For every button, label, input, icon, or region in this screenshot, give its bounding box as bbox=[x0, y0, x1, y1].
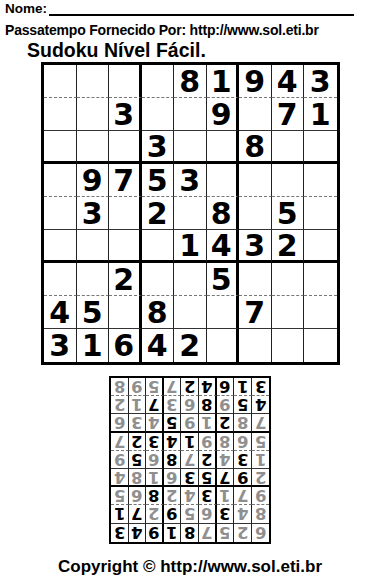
solution-digit: 7 bbox=[255, 414, 266, 432]
solution-cell-r1c9: 3 bbox=[252, 378, 270, 396]
solution-cell-r1c4: 7 bbox=[164, 378, 182, 396]
cell-r9c7 bbox=[239, 329, 272, 362]
solution-cell-r4c9: 5 bbox=[252, 433, 270, 451]
solution-digit: 9 bbox=[131, 378, 142, 396]
solution-cell-r3c2: 3 bbox=[129, 414, 147, 432]
solution-digit: 6 bbox=[237, 433, 248, 451]
solution-digit: 6 bbox=[219, 378, 230, 396]
solution-digit: 2 bbox=[131, 433, 142, 451]
solution-digit: 8 bbox=[131, 469, 142, 487]
solution-digit: 5 bbox=[114, 487, 125, 505]
solution-cell-r6c9: 2 bbox=[252, 469, 270, 487]
solution-cell-r1c8: 1 bbox=[234, 378, 252, 396]
cell-r8c9 bbox=[304, 296, 337, 329]
solution-digit: 5 bbox=[219, 524, 230, 542]
solution-cell-r7c4: 2 bbox=[164, 487, 182, 505]
solution-digit: 9 bbox=[237, 469, 248, 487]
solution-digit: 7 bbox=[237, 487, 248, 505]
cell-r7c6: 5 bbox=[207, 263, 240, 296]
solution-cell-r5c1: 9 bbox=[111, 451, 129, 469]
cell-r3c6 bbox=[207, 131, 240, 164]
solution-cell-r5c5: 7 bbox=[181, 451, 199, 469]
solution-digit: 4 bbox=[166, 433, 177, 451]
cell-r3c7: 8 bbox=[239, 131, 272, 164]
solution-digit: 4 bbox=[184, 487, 195, 505]
solution-cell-r8c7: 3 bbox=[217, 505, 235, 523]
solution-cell-r8c1: 1 bbox=[111, 505, 129, 523]
cell-r5c7 bbox=[239, 197, 272, 230]
solution-cell-r2c5: 6 bbox=[181, 396, 199, 414]
copyright: Copyright © http://www.sol.eti.br bbox=[0, 557, 380, 577]
solution-cell-r1c6: 4 bbox=[199, 378, 217, 396]
solution-cell-r2c4: 3 bbox=[164, 396, 182, 414]
solution-cell-r4c1: 7 bbox=[111, 433, 129, 451]
solution-grid: 8957246132173689546345912877234198659568… bbox=[109, 376, 271, 544]
solution-digit: 7 bbox=[201, 524, 212, 542]
solution-cell-r9c8: 2 bbox=[234, 524, 252, 542]
solution-digit: 5 bbox=[131, 451, 142, 469]
cell-r5c9 bbox=[304, 197, 337, 230]
cell-r1c6: 1 bbox=[207, 65, 240, 98]
solution-digit: 9 bbox=[184, 414, 195, 432]
cell-r9c3: 6 bbox=[109, 329, 142, 362]
cell-r3c2 bbox=[77, 131, 110, 164]
cell-r2c6: 9 bbox=[207, 98, 240, 131]
cell-r8c8 bbox=[272, 296, 305, 329]
cell-r7c7 bbox=[239, 263, 272, 296]
solution-cell-r5c4: 8 bbox=[164, 451, 182, 469]
cell-r2c7 bbox=[239, 98, 272, 131]
solution-cell-r4c7: 8 bbox=[217, 433, 235, 451]
solution-digit: 1 bbox=[255, 451, 266, 469]
solution-cell-r8c5: 5 bbox=[181, 505, 199, 523]
cell-r9c8 bbox=[272, 329, 305, 362]
solution-cell-r1c2: 9 bbox=[129, 378, 147, 396]
cell-r4c1 bbox=[44, 164, 77, 197]
cell-r6c4 bbox=[142, 230, 175, 263]
solution-cell-r1c7: 6 bbox=[217, 378, 235, 396]
cell-r9c4: 4 bbox=[142, 329, 175, 362]
solution-digit: 4 bbox=[219, 451, 230, 469]
solution-cell-r3c7: 2 bbox=[217, 414, 235, 432]
solution-cell-r3c5: 9 bbox=[181, 414, 199, 432]
cell-r9c2: 1 bbox=[77, 329, 110, 362]
cell-r4c4: 5 bbox=[142, 164, 175, 197]
cell-r8c7: 7 bbox=[239, 296, 272, 329]
cell-r4c6 bbox=[207, 164, 240, 197]
solution-digit: 3 bbox=[148, 433, 159, 451]
solution-cell-r2c7: 9 bbox=[217, 396, 235, 414]
cell-r8c3 bbox=[109, 296, 142, 329]
solution-digit: 4 bbox=[114, 469, 125, 487]
solution-digit: 9 bbox=[201, 433, 212, 451]
solution-cell-r6c8: 9 bbox=[234, 469, 252, 487]
solution-cell-r8c3: 2 bbox=[146, 505, 164, 523]
cell-r6c1 bbox=[44, 230, 77, 263]
solution-digit: 1 bbox=[184, 433, 195, 451]
solution-digit: 1 bbox=[201, 414, 212, 432]
solution-digit: 6 bbox=[131, 487, 142, 505]
solution-digit: 8 bbox=[237, 414, 248, 432]
name-row: Nome: bbox=[5, 1, 354, 16]
solution-digit: 2 bbox=[237, 524, 248, 542]
cell-r1c9: 3 bbox=[304, 65, 337, 98]
cell-r2c2 bbox=[77, 98, 110, 131]
solution-digit: 7 bbox=[114, 433, 125, 451]
solution-cell-r4c6: 9 bbox=[199, 433, 217, 451]
solution-digit: 7 bbox=[131, 505, 142, 523]
cell-r4c5: 3 bbox=[174, 164, 207, 197]
solution-cell-r5c9: 1 bbox=[252, 451, 270, 469]
cell-r4c2: 9 bbox=[77, 164, 110, 197]
solution-cell-r3c9: 7 bbox=[252, 414, 270, 432]
cell-r1c2 bbox=[77, 65, 110, 98]
solution-digit: 6 bbox=[201, 505, 212, 523]
cell-r8c2: 5 bbox=[77, 296, 110, 329]
solution-digit: 4 bbox=[237, 505, 248, 523]
solution-digit: 3 bbox=[131, 414, 142, 432]
solution-cell-r2c1: 2 bbox=[111, 396, 129, 414]
solution-cell-r3c8: 8 bbox=[234, 414, 252, 432]
solution-cell-r6c2: 8 bbox=[129, 469, 147, 487]
cell-r3c9 bbox=[304, 131, 337, 164]
cell-r5c4: 2 bbox=[142, 197, 175, 230]
solution-digit: 6 bbox=[148, 451, 159, 469]
solution-cell-r3c3: 4 bbox=[146, 414, 164, 432]
solution-cell-r9c2: 4 bbox=[129, 524, 147, 542]
solution-digit: 7 bbox=[166, 378, 177, 396]
cell-r5c8: 5 bbox=[272, 197, 305, 230]
solution-digit: 1 bbox=[219, 487, 230, 505]
page: Nome: Passatempo Fornecido Por: http://w… bbox=[0, 0, 380, 585]
cell-r9c6 bbox=[207, 329, 240, 362]
solution-cell-r6c7: 7 bbox=[217, 469, 235, 487]
cell-r4c8 bbox=[272, 164, 305, 197]
solution-cell-r4c8: 6 bbox=[234, 433, 252, 451]
cell-r3c8 bbox=[272, 131, 305, 164]
cell-r3c3 bbox=[109, 131, 142, 164]
solution-digit: 4 bbox=[131, 524, 142, 542]
solution-cell-r9c5: 8 bbox=[181, 524, 199, 542]
cell-r1c1 bbox=[44, 65, 77, 98]
solution-digit: 2 bbox=[184, 378, 195, 396]
cell-r1c4 bbox=[142, 65, 175, 98]
solution-digit: 3 bbox=[255, 378, 266, 396]
solution-digit: 9 bbox=[255, 487, 266, 505]
solution-digit: 5 bbox=[237, 396, 248, 414]
cell-r7c1 bbox=[44, 263, 77, 296]
solution-digit: 4 bbox=[148, 414, 159, 432]
cell-r5c2: 3 bbox=[77, 197, 110, 230]
cell-r6c2 bbox=[77, 230, 110, 263]
solution-digit: 1 bbox=[148, 469, 159, 487]
solution-digit: 2 bbox=[148, 505, 159, 523]
solution-digit: 8 bbox=[201, 396, 212, 414]
cell-r1c5: 8 bbox=[174, 65, 207, 98]
solution-digit: 6 bbox=[114, 414, 125, 432]
solution-digit: 8 bbox=[219, 433, 230, 451]
solution-cell-r3c4: 5 bbox=[164, 414, 182, 432]
solution-digit: 2 bbox=[255, 469, 266, 487]
solution-digit: 2 bbox=[201, 451, 212, 469]
solution-digit: 7 bbox=[184, 451, 195, 469]
solution-digit: 3 bbox=[184, 469, 195, 487]
solution-cell-r3c1: 6 bbox=[111, 414, 129, 432]
solution-cell-r6c6: 5 bbox=[199, 469, 217, 487]
solution-digit: 8 bbox=[255, 505, 266, 523]
solution-cell-r5c8: 3 bbox=[234, 451, 252, 469]
solution-digit: 9 bbox=[219, 396, 230, 414]
cell-r3c5 bbox=[174, 131, 207, 164]
cell-r2c9: 1 bbox=[304, 98, 337, 131]
solution-digit: 3 bbox=[219, 505, 230, 523]
solution-cell-r9c3: 9 bbox=[146, 524, 164, 542]
cell-r2c1 bbox=[44, 98, 77, 131]
solution-digit: 9 bbox=[166, 505, 177, 523]
cell-r8c1: 4 bbox=[44, 296, 77, 329]
solution-digit: 5 bbox=[166, 414, 177, 432]
puzzle-grid: 8194339713897533285143225458731642 bbox=[41, 62, 340, 365]
solution-cell-r7c8: 7 bbox=[234, 487, 252, 505]
cell-r7c8 bbox=[272, 263, 305, 296]
solution-cell-r8c2: 7 bbox=[129, 505, 147, 523]
cell-r8c4: 8 bbox=[142, 296, 175, 329]
solution-digit: 8 bbox=[148, 487, 159, 505]
solution-cell-r7c1: 5 bbox=[111, 487, 129, 505]
solution-digit: 9 bbox=[148, 524, 159, 542]
solution-cell-r7c9: 9 bbox=[252, 487, 270, 505]
solution-digit: 6 bbox=[166, 469, 177, 487]
cell-r9c5: 2 bbox=[174, 329, 207, 362]
solution-digit: 1 bbox=[166, 524, 177, 542]
solution-cell-r9c4: 1 bbox=[164, 524, 182, 542]
cell-r7c9 bbox=[304, 263, 337, 296]
solution-cell-r7c2: 6 bbox=[129, 487, 147, 505]
cell-r6c7: 3 bbox=[239, 230, 272, 263]
solution-digit: 4 bbox=[201, 378, 212, 396]
cell-r5c3 bbox=[109, 197, 142, 230]
cell-r5c5 bbox=[174, 197, 207, 230]
solution-digit: 8 bbox=[114, 378, 125, 396]
solution-cell-r2c3: 7 bbox=[146, 396, 164, 414]
cell-r6c6: 4 bbox=[207, 230, 240, 263]
cell-r4c7 bbox=[239, 164, 272, 197]
cell-r3c1 bbox=[44, 131, 77, 164]
solution-digit: 3 bbox=[114, 524, 125, 542]
solution-digit: 2 bbox=[114, 396, 125, 414]
cell-r1c7: 9 bbox=[239, 65, 272, 98]
solution-cell-r9c7: 5 bbox=[217, 524, 235, 542]
cell-r5c6: 8 bbox=[207, 197, 240, 230]
solution-cell-r5c3: 6 bbox=[146, 451, 164, 469]
cell-r7c5 bbox=[174, 263, 207, 296]
cell-r2c3: 3 bbox=[109, 98, 142, 131]
solution-cell-r5c2: 5 bbox=[129, 451, 147, 469]
cell-r6c5: 1 bbox=[174, 230, 207, 263]
solution-digit: 1 bbox=[114, 505, 125, 523]
solution-digit: 3 bbox=[237, 451, 248, 469]
solution-cell-r9c1: 3 bbox=[111, 524, 129, 542]
solution-cell-r6c1: 4 bbox=[111, 469, 129, 487]
solution-cell-r7c3: 8 bbox=[146, 487, 164, 505]
solution-digit: 3 bbox=[166, 396, 177, 414]
cell-r5c1 bbox=[44, 197, 77, 230]
cell-r7c2 bbox=[77, 263, 110, 296]
solution-cell-r2c8: 5 bbox=[234, 396, 252, 414]
cell-r3c4: 3 bbox=[142, 131, 175, 164]
cell-r6c9 bbox=[304, 230, 337, 263]
solution-digit: 5 bbox=[201, 469, 212, 487]
provider-line: Passatempo Fornecido Por: http://www.sol… bbox=[5, 22, 319, 38]
solution-cell-r9c6: 7 bbox=[199, 524, 217, 542]
solution-cell-r4c4: 4 bbox=[164, 433, 182, 451]
cell-r7c3: 2 bbox=[109, 263, 142, 296]
cell-r2c8: 7 bbox=[272, 98, 305, 131]
solution-digit: 3 bbox=[201, 487, 212, 505]
solution-cell-r7c7: 1 bbox=[217, 487, 235, 505]
cell-r8c6 bbox=[207, 296, 240, 329]
solution-digit: 6 bbox=[255, 524, 266, 542]
solution-cell-r1c1: 8 bbox=[111, 378, 129, 396]
cell-r9c9 bbox=[304, 329, 337, 362]
solution-cell-r8c9: 8 bbox=[252, 505, 270, 523]
name-label: Nome: bbox=[5, 1, 47, 16]
solution-digit: 1 bbox=[131, 396, 142, 414]
cell-r1c8: 4 bbox=[272, 65, 305, 98]
cell-r9c1: 3 bbox=[44, 329, 77, 362]
solution-cell-r5c6: 2 bbox=[199, 451, 217, 469]
solution-cell-r5c7: 4 bbox=[217, 451, 235, 469]
cell-r6c3 bbox=[109, 230, 142, 263]
solution-digit: 2 bbox=[219, 414, 230, 432]
solution-digit: 5 bbox=[148, 378, 159, 396]
cell-r1c3 bbox=[109, 65, 142, 98]
solution-digit: 7 bbox=[219, 469, 230, 487]
solution-cell-r7c5: 4 bbox=[181, 487, 199, 505]
solution-cell-r4c5: 1 bbox=[181, 433, 199, 451]
solution-digit: 7 bbox=[148, 396, 159, 414]
cell-r2c5 bbox=[174, 98, 207, 131]
solution-digit: 1 bbox=[237, 378, 248, 396]
page-title: Sudoku Nível Fácil. bbox=[27, 39, 206, 62]
solution-digit: 2 bbox=[166, 487, 177, 505]
solution-cell-r2c6: 8 bbox=[199, 396, 217, 414]
solution-cell-r4c2: 2 bbox=[129, 433, 147, 451]
solution-cell-r1c5: 2 bbox=[181, 378, 199, 396]
cell-r4c9 bbox=[304, 164, 337, 197]
solution-cell-r9c9: 6 bbox=[252, 524, 270, 542]
solution-digit: 5 bbox=[184, 505, 195, 523]
solution-cell-r6c5: 3 bbox=[181, 469, 199, 487]
cell-r7c4 bbox=[142, 263, 175, 296]
cell-r4c3: 7 bbox=[109, 164, 142, 197]
solution-digit: 9 bbox=[114, 451, 125, 469]
solution-digit: 6 bbox=[184, 396, 195, 414]
solution-cell-r6c4: 6 bbox=[164, 469, 182, 487]
solution-digit: 5 bbox=[255, 433, 266, 451]
solution-cell-r2c2: 1 bbox=[129, 396, 147, 414]
solution-cell-r6c3: 1 bbox=[146, 469, 164, 487]
solution-cell-r3c6: 1 bbox=[199, 414, 217, 432]
solution-digit: 8 bbox=[166, 451, 177, 469]
cell-r6c8: 2 bbox=[272, 230, 305, 263]
solution-cell-r4c3: 3 bbox=[146, 433, 164, 451]
cell-r8c5 bbox=[174, 296, 207, 329]
solution-cell-r7c6: 3 bbox=[199, 487, 217, 505]
name-underline bbox=[49, 2, 354, 16]
solution-cell-r2c9: 4 bbox=[252, 396, 270, 414]
solution-cell-r1c3: 5 bbox=[146, 378, 164, 396]
cell-r2c4 bbox=[142, 98, 175, 131]
solution-cell-r8c8: 4 bbox=[234, 505, 252, 523]
solution-digit: 4 bbox=[255, 396, 266, 414]
solution-cell-r8c6: 6 bbox=[199, 505, 217, 523]
solution-digit: 8 bbox=[184, 524, 195, 542]
solution-cell-r8c4: 9 bbox=[164, 505, 182, 523]
